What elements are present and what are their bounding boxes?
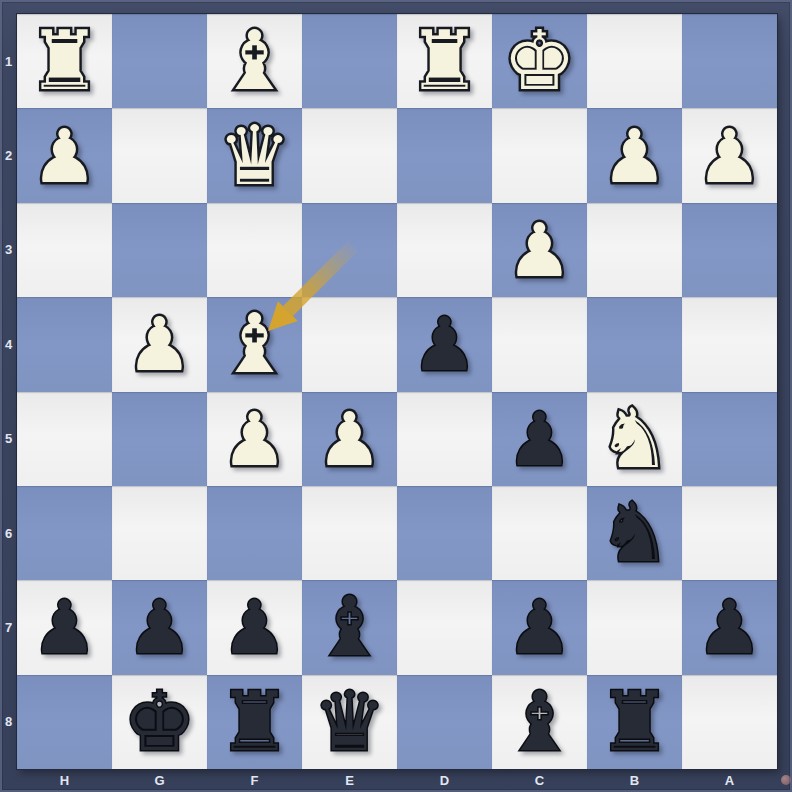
square-c5[interactable]: ♟ (492, 392, 587, 486)
file-label-a: A (682, 769, 777, 792)
white-pawn-h2: ♟ (17, 108, 112, 202)
black-pawn-c5: ♟ (492, 392, 587, 486)
square-c3[interactable]: ♟ (492, 203, 587, 297)
square-e7[interactable]: ♝ (302, 580, 397, 674)
square-c6[interactable] (492, 486, 587, 580)
black-pawn-c7: ♟ (492, 580, 587, 674)
white-bishop-f4: ♝ (207, 297, 302, 391)
white-rook-d1: ♜ (397, 14, 492, 108)
square-g1[interactable] (112, 14, 207, 108)
square-g2[interactable] (112, 108, 207, 202)
square-h6[interactable] (17, 486, 112, 580)
rank-label-1: 1 (0, 14, 17, 108)
square-d8[interactable] (397, 675, 492, 769)
square-f8[interactable]: ♜ (207, 675, 302, 769)
black-pawn-h7: ♟ (17, 580, 112, 674)
square-b8[interactable]: ♜ (587, 675, 682, 769)
square-c1[interactable]: ♚ (492, 14, 587, 108)
square-d1[interactable]: ♜ (397, 14, 492, 108)
square-c7[interactable]: ♟ (492, 580, 587, 674)
square-e5[interactable]: ♟ (302, 392, 397, 486)
white-king-c1: ♚ (492, 14, 587, 108)
corner-indicator-dot (781, 775, 791, 785)
square-c8[interactable]: ♝ (492, 675, 587, 769)
square-g3[interactable] (112, 203, 207, 297)
white-bishop-f1: ♝ (207, 14, 302, 108)
square-d7[interactable] (397, 580, 492, 674)
square-b7[interactable] (587, 580, 682, 674)
file-label-b: B (587, 769, 682, 792)
square-g7[interactable]: ♟ (112, 580, 207, 674)
square-b2[interactable]: ♟ (587, 108, 682, 202)
square-e2[interactable] (302, 108, 397, 202)
rank-label-5: 5 (0, 392, 17, 486)
square-d6[interactable] (397, 486, 492, 580)
file-label-f: F (207, 769, 302, 792)
square-h3[interactable] (17, 203, 112, 297)
square-f3[interactable] (207, 203, 302, 297)
square-d3[interactable] (397, 203, 492, 297)
square-e6[interactable] (302, 486, 397, 580)
square-c4[interactable] (492, 297, 587, 391)
black-knight-b6: ♞ (587, 486, 682, 580)
black-queen-e8: ♛ (302, 675, 397, 769)
square-h1[interactable]: ♜ (17, 14, 112, 108)
square-e8[interactable]: ♛ (302, 675, 397, 769)
square-g4[interactable]: ♟ (112, 297, 207, 391)
square-a3[interactable] (682, 203, 777, 297)
square-c2[interactable] (492, 108, 587, 202)
black-pawn-d4: ♟ (397, 297, 492, 391)
square-f4[interactable]: ♝ (207, 297, 302, 391)
white-pawn-e5: ♟ (302, 392, 397, 486)
square-e4[interactable] (302, 297, 397, 391)
rank-coordinates: 12345678 (0, 14, 17, 769)
white-pawn-g4: ♟ (112, 297, 207, 391)
white-queen-f2: ♛ (207, 108, 302, 202)
square-a2[interactable]: ♟ (682, 108, 777, 202)
square-a4[interactable] (682, 297, 777, 391)
square-a1[interactable] (682, 14, 777, 108)
square-f1[interactable]: ♝ (207, 14, 302, 108)
square-f7[interactable]: ♟ (207, 580, 302, 674)
square-h4[interactable] (17, 297, 112, 391)
black-king-g8: ♚ (112, 675, 207, 769)
rank-label-4: 4 (0, 297, 17, 391)
rank-label-7: 7 (0, 580, 17, 674)
file-label-c: C (492, 769, 587, 792)
white-pawn-a2: ♟ (682, 108, 777, 202)
square-g5[interactable] (112, 392, 207, 486)
square-b6[interactable]: ♞ (587, 486, 682, 580)
square-f5[interactable]: ♟ (207, 392, 302, 486)
square-e3[interactable] (302, 203, 397, 297)
rank-label-8: 8 (0, 675, 17, 769)
square-g8[interactable]: ♚ (112, 675, 207, 769)
square-d5[interactable] (397, 392, 492, 486)
file-coordinates: HGFEDCBA (17, 769, 777, 792)
square-h7[interactable]: ♟ (17, 580, 112, 674)
square-a8[interactable] (682, 675, 777, 769)
square-a6[interactable] (682, 486, 777, 580)
file-label-d: D (397, 769, 492, 792)
white-pawn-c3: ♟ (492, 203, 587, 297)
chess-board: ♜♝♜♚♟♛♟♟♟♟♝♟♟♟♟♞♞♟♟♟♝♟♟♚♜♛♝♜ (17, 14, 777, 769)
square-d4[interactable]: ♟ (397, 297, 492, 391)
square-d2[interactable] (397, 108, 492, 202)
square-a5[interactable] (682, 392, 777, 486)
square-b1[interactable] (587, 14, 682, 108)
square-b4[interactable] (587, 297, 682, 391)
file-label-g: G (112, 769, 207, 792)
square-b3[interactable] (587, 203, 682, 297)
square-h2[interactable]: ♟ (17, 108, 112, 202)
black-pawn-a7: ♟ (682, 580, 777, 674)
square-b5[interactable]: ♞ (587, 392, 682, 486)
square-h8[interactable] (17, 675, 112, 769)
rank-label-6: 6 (0, 486, 17, 580)
rank-label-3: 3 (0, 203, 17, 297)
square-a7[interactable]: ♟ (682, 580, 777, 674)
rank-label-2: 2 (0, 108, 17, 202)
white-rook-h1: ♜ (17, 14, 112, 108)
square-f6[interactable] (207, 486, 302, 580)
square-f2[interactable]: ♛ (207, 108, 302, 202)
white-pawn-f5: ♟ (207, 392, 302, 486)
white-pawn-b2: ♟ (587, 108, 682, 202)
black-pawn-f7: ♟ (207, 580, 302, 674)
black-bishop-c8: ♝ (492, 675, 587, 769)
white-knight-b5: ♞ (587, 392, 682, 486)
square-e1[interactable] (302, 14, 397, 108)
black-rook-b8: ♜ (587, 675, 682, 769)
file-label-h: H (17, 769, 112, 792)
black-rook-f8: ♜ (207, 675, 302, 769)
square-g6[interactable] (112, 486, 207, 580)
square-h5[interactable] (17, 392, 112, 486)
file-label-e: E (302, 769, 397, 792)
black-pawn-g7: ♟ (112, 580, 207, 674)
black-bishop-e7: ♝ (302, 580, 397, 674)
